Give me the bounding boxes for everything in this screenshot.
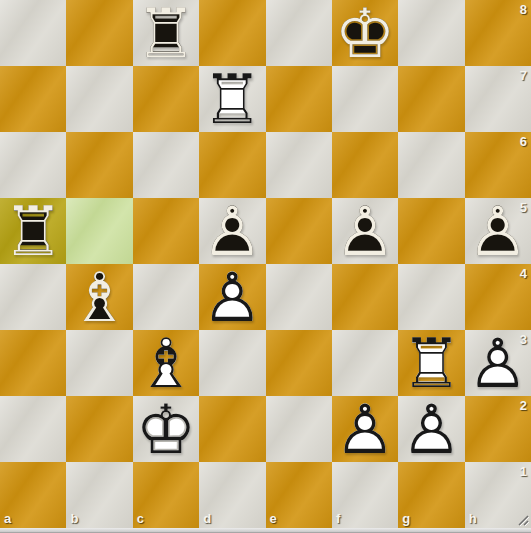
square-b2[interactable] xyxy=(66,396,132,462)
square-b6[interactable] xyxy=(66,132,132,198)
rank-label-5: 5 xyxy=(520,200,527,215)
square-c8[interactable]: ♜♖ xyxy=(133,0,199,66)
piece-black-bishop[interactable]: ♝♗ xyxy=(66,264,132,330)
square-h4[interactable]: 4 xyxy=(465,264,531,330)
file-label-f: f xyxy=(336,511,340,526)
rank-label-1: 1 xyxy=(520,464,527,479)
square-c2[interactable]: ♚♔ xyxy=(133,396,199,462)
square-h5[interactable]: ♟♙5 xyxy=(465,198,531,264)
square-b3[interactable] xyxy=(66,330,132,396)
square-c7[interactable] xyxy=(133,66,199,132)
piece-white-king[interactable]: ♚♔ xyxy=(133,396,199,462)
square-d4[interactable]: ♟♙ xyxy=(199,264,265,330)
white-pawn-outline-glyph: ♙ xyxy=(199,265,265,331)
piece-white-bishop[interactable]: ♝♗ xyxy=(133,330,199,396)
file-label-g: g xyxy=(402,511,410,526)
square-g5[interactable] xyxy=(398,198,464,264)
square-g2[interactable]: ♟♙ xyxy=(398,396,464,462)
square-c1[interactable]: c xyxy=(133,462,199,528)
white-bishop-outline-glyph: ♗ xyxy=(133,331,199,397)
square-b7[interactable] xyxy=(66,66,132,132)
square-h2[interactable]: 2 xyxy=(465,396,531,462)
file-label-h: h xyxy=(469,511,477,526)
square-a7[interactable] xyxy=(0,66,66,132)
square-a1[interactable]: a xyxy=(0,462,66,528)
square-f1[interactable]: f xyxy=(332,462,398,528)
black-pawn-outline-glyph: ♙ xyxy=(199,199,265,265)
rank-label-3: 3 xyxy=(520,332,527,347)
piece-white-pawn[interactable]: ♟♙ xyxy=(199,264,265,330)
square-b8[interactable] xyxy=(66,0,132,66)
white-pawn-outline-glyph: ♙ xyxy=(398,397,464,463)
rank-label-8: 8 xyxy=(520,2,527,17)
white-pawn-outline-glyph: ♙ xyxy=(332,397,398,463)
square-g7[interactable] xyxy=(398,66,464,132)
square-g8[interactable] xyxy=(398,0,464,66)
square-f8[interactable]: ♚♔ xyxy=(332,0,398,66)
file-label-e: e xyxy=(270,511,277,526)
square-e6[interactable] xyxy=(266,132,332,198)
square-d5[interactable]: ♟♙ xyxy=(199,198,265,264)
square-c5[interactable] xyxy=(133,198,199,264)
black-rook-outline-glyph: ♖ xyxy=(0,199,66,265)
chess-board: ♜♖♚♔8♜♖76♜♖♟♙♟♙♟♙5♝♗♟♙4♝♗♜♖♟♙3♚♔♟♙♟♙2abc… xyxy=(0,0,531,528)
square-f3[interactable] xyxy=(332,330,398,396)
square-a4[interactable] xyxy=(0,264,66,330)
square-d2[interactable] xyxy=(199,396,265,462)
square-b4[interactable]: ♝♗ xyxy=(66,264,132,330)
square-g1[interactable]: g xyxy=(398,462,464,528)
piece-black-pawn[interactable]: ♟♙ xyxy=(199,198,265,264)
black-bishop-outline-glyph: ♗ xyxy=(66,265,132,331)
rank-label-7: 7 xyxy=(520,68,527,83)
square-h7[interactable]: 7 xyxy=(465,66,531,132)
square-c6[interactable] xyxy=(133,132,199,198)
square-f7[interactable] xyxy=(332,66,398,132)
square-a6[interactable] xyxy=(0,132,66,198)
square-g6[interactable] xyxy=(398,132,464,198)
chess-board-widget: ♜♖♚♔8♜♖76♜♖♟♙♟♙♟♙5♝♗♟♙4♝♗♜♖♟♙3♚♔♟♙♟♙2abc… xyxy=(0,0,531,533)
square-e8[interactable] xyxy=(266,0,332,66)
square-a8[interactable] xyxy=(0,0,66,66)
piece-black-rook[interactable]: ♜♖ xyxy=(133,0,199,66)
square-d3[interactable] xyxy=(199,330,265,396)
square-b5[interactable] xyxy=(66,198,132,264)
square-g3[interactable]: ♜♖ xyxy=(398,330,464,396)
square-f2[interactable]: ♟♙ xyxy=(332,396,398,462)
square-f5[interactable]: ♟♙ xyxy=(332,198,398,264)
board-bottom-strip xyxy=(0,528,531,533)
file-label-b: b xyxy=(70,511,78,526)
square-f4[interactable] xyxy=(332,264,398,330)
square-e5[interactable] xyxy=(266,198,332,264)
square-c4[interactable] xyxy=(133,264,199,330)
white-rook-outline-glyph: ♖ xyxy=(199,67,265,133)
square-g4[interactable] xyxy=(398,264,464,330)
square-h3[interactable]: ♟♙3 xyxy=(465,330,531,396)
piece-white-pawn[interactable]: ♟♙ xyxy=(398,396,464,462)
square-b1[interactable]: b xyxy=(66,462,132,528)
square-h6[interactable]: 6 xyxy=(465,132,531,198)
black-king-outline-glyph: ♔ xyxy=(332,1,398,67)
piece-black-king[interactable]: ♚♔ xyxy=(332,0,398,66)
square-e7[interactable] xyxy=(266,66,332,132)
white-rook-outline-glyph: ♖ xyxy=(398,331,464,397)
square-d7[interactable]: ♜♖ xyxy=(199,66,265,132)
black-pawn-outline-glyph: ♙ xyxy=(332,199,398,265)
square-e3[interactable] xyxy=(266,330,332,396)
square-e2[interactable] xyxy=(266,396,332,462)
black-rook-outline-glyph: ♖ xyxy=(133,1,199,67)
square-e1[interactable]: e xyxy=(266,462,332,528)
square-d6[interactable] xyxy=(199,132,265,198)
piece-black-pawn[interactable]: ♟♙ xyxy=(332,198,398,264)
file-label-d: d xyxy=(203,511,211,526)
square-d1[interactable]: d xyxy=(199,462,265,528)
rank-label-4: 4 xyxy=(520,266,527,281)
square-f6[interactable] xyxy=(332,132,398,198)
piece-white-rook[interactable]: ♜♖ xyxy=(199,66,265,132)
resize-handle-icon[interactable] xyxy=(517,514,529,526)
file-label-c: c xyxy=(137,511,144,526)
piece-white-pawn[interactable]: ♟♙ xyxy=(332,396,398,462)
white-king-outline-glyph: ♔ xyxy=(133,397,199,463)
file-label-a: a xyxy=(4,511,11,526)
piece-white-rook[interactable]: ♜♖ xyxy=(398,330,464,396)
square-e4[interactable] xyxy=(266,264,332,330)
square-h8[interactable]: 8 xyxy=(465,0,531,66)
square-a3[interactable] xyxy=(0,330,66,396)
rank-label-2: 2 xyxy=(520,398,527,413)
square-a2[interactable] xyxy=(0,396,66,462)
piece-black-rook[interactable]: ♜♖ xyxy=(0,198,66,264)
square-d8[interactable] xyxy=(199,0,265,66)
square-a5[interactable]: ♜♖ xyxy=(0,198,66,264)
square-c3[interactable]: ♝♗ xyxy=(133,330,199,396)
rank-label-6: 6 xyxy=(520,134,527,149)
